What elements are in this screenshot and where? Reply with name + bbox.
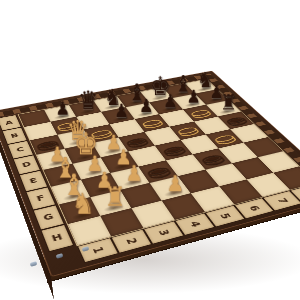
piece-shadow [102,203,125,214]
square-E6 [181,135,219,155]
product-photo-stage: ABCDEFGH 12345678 ♟♛♞♝♚♝♞⛀♟♟♟♟♟⛂♛⛀⛀⛀♜♟♚♟… [0,0,300,300]
piece-shadow [163,188,186,198]
